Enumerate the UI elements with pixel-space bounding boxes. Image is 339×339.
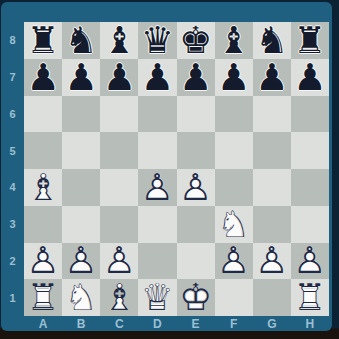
rook-outline-glyph: ♖ <box>291 279 329 316</box>
square-e2[interactable] <box>177 243 215 280</box>
queen-outline-glyph: ♕ <box>138 279 176 316</box>
square-c7[interactable]: ♟ <box>100 59 138 96</box>
rook-glyph: ♜ <box>291 22 329 59</box>
rank-label-1: 1 <box>1 279 24 316</box>
square-e6[interactable] <box>177 96 215 133</box>
square-a7[interactable]: ♟ <box>24 59 62 96</box>
piece-black-pawn[interactable]: ♟ <box>253 59 291 96</box>
pawn-glyph: ♟ <box>215 59 253 96</box>
square-a6[interactable] <box>24 96 62 133</box>
bishop-outline-glyph: ♗ <box>100 279 138 316</box>
rank-label-7: 7 <box>1 59 24 96</box>
piece-black-bishop[interactable]: ♝ <box>215 22 253 59</box>
piece-black-king[interactable]: ♚ <box>177 22 215 59</box>
piece-white-pawn[interactable]: ♟♙ <box>177 169 215 206</box>
square-h6[interactable] <box>291 96 329 133</box>
square-c8[interactable]: ♝ <box>100 22 138 59</box>
pawn-glyph: ♟ <box>138 59 176 96</box>
square-e4[interactable]: ♟♙ <box>177 169 215 206</box>
piece-white-bishop[interactable]: ♝♗ <box>24 169 62 206</box>
square-h2[interactable]: ♟♙ <box>291 243 329 280</box>
piece-white-king[interactable]: ♚♔ <box>177 279 215 316</box>
square-f2[interactable]: ♟♙ <box>215 243 253 280</box>
pawn-glyph: ♟ <box>62 59 100 96</box>
square-e5[interactable] <box>177 132 215 169</box>
square-h3[interactable] <box>291 206 329 243</box>
file-label-b: B <box>62 315 100 332</box>
piece-black-knight[interactable]: ♞ <box>62 22 100 59</box>
square-a1[interactable]: ♜♖ <box>24 279 62 316</box>
knight-glyph: ♞ <box>62 22 100 59</box>
piece-white-pawn[interactable]: ♟♙ <box>253 243 291 280</box>
pawn-outline-glyph: ♙ <box>177 169 215 206</box>
rank-label-3: 3 <box>1 206 24 243</box>
board: ♜♞♝♛♚♝♞♜♟♟♟♟♟♟♟♟♝♗♟♙♟♙♞♘♟♙♟♙♟♙♟♙♟♙♟♙♜♖♞♘… <box>24 22 329 316</box>
piece-black-queen[interactable]: ♛ <box>138 22 176 59</box>
piece-white-pawn[interactable]: ♟♙ <box>215 243 253 280</box>
square-c4[interactable] <box>100 169 138 206</box>
file-labels: ABCDEFGH <box>24 315 329 332</box>
square-d1[interactable]: ♛♕ <box>138 279 176 316</box>
square-h1[interactable]: ♜♖ <box>291 279 329 316</box>
pawn-outline-glyph: ♙ <box>253 243 291 280</box>
piece-white-pawn[interactable]: ♟♙ <box>24 243 62 280</box>
square-c2[interactable]: ♟♙ <box>100 243 138 280</box>
piece-black-pawn[interactable]: ♟ <box>177 59 215 96</box>
rank-label-8: 8 <box>1 22 24 59</box>
square-a4[interactable]: ♝♗ <box>24 169 62 206</box>
pawn-outline-glyph: ♙ <box>215 243 253 280</box>
queen-glyph: ♛ <box>138 22 176 59</box>
file-label-d: D <box>138 315 176 332</box>
file-label-e: E <box>177 315 215 332</box>
square-h8[interactable]: ♜ <box>291 22 329 59</box>
file-label-c: C <box>100 315 138 332</box>
bishop-glyph: ♝ <box>100 22 138 59</box>
knight-glyph: ♞ <box>253 22 291 59</box>
king-outline-glyph: ♔ <box>177 279 215 316</box>
square-b4[interactable] <box>62 169 100 206</box>
square-a2[interactable]: ♟♙ <box>24 243 62 280</box>
square-b1[interactable]: ♞♘ <box>62 279 100 316</box>
piece-black-bishop[interactable]: ♝ <box>100 22 138 59</box>
square-b2[interactable]: ♟♙ <box>62 243 100 280</box>
square-e1[interactable]: ♚♔ <box>177 279 215 316</box>
square-d5[interactable] <box>138 132 176 169</box>
square-f8[interactable]: ♝ <box>215 22 253 59</box>
square-a5[interactable] <box>24 132 62 169</box>
piece-white-rook[interactable]: ♜♖ <box>24 279 62 316</box>
square-d6[interactable] <box>138 96 176 133</box>
square-d2[interactable] <box>138 243 176 280</box>
square-b7[interactable]: ♟ <box>62 59 100 96</box>
piece-white-pawn[interactable]: ♟♙ <box>138 169 176 206</box>
square-e8[interactable]: ♚ <box>177 22 215 59</box>
square-f4[interactable] <box>215 169 253 206</box>
piece-black-pawn[interactable]: ♟ <box>291 59 329 96</box>
square-d4[interactable]: ♟♙ <box>138 169 176 206</box>
pawn-outline-glyph: ♙ <box>24 243 62 280</box>
rank-label-2: 2 <box>1 243 24 280</box>
square-d8[interactable]: ♛ <box>138 22 176 59</box>
piece-white-bishop[interactable]: ♝♗ <box>100 279 138 316</box>
square-g8[interactable]: ♞ <box>253 22 291 59</box>
square-b6[interactable] <box>62 96 100 133</box>
square-f7[interactable]: ♟ <box>215 59 253 96</box>
pawn-outline-glyph: ♙ <box>138 169 176 206</box>
pawn-glyph: ♟ <box>253 59 291 96</box>
piece-black-knight[interactable]: ♞ <box>253 22 291 59</box>
square-a8[interactable]: ♜ <box>24 22 62 59</box>
pawn-glyph: ♟ <box>177 59 215 96</box>
chess-app-screen: 87654321 ♜♞♝♛♚♝♞♜♟♟♟♟♟♟♟♟♝♗♟♙♟♙♞♘♟♙♟♙♟♙♟… <box>0 0 339 339</box>
pawn-glyph: ♟ <box>24 59 62 96</box>
piece-white-queen[interactable]: ♛♕ <box>138 279 176 316</box>
board-frame: 87654321 ♜♞♝♛♚♝♞♜♟♟♟♟♟♟♟♟♝♗♟♙♟♙♞♘♟♙♟♙♟♙♟… <box>1 2 332 331</box>
piece-white-pawn[interactable]: ♟♙ <box>100 243 138 280</box>
pawn-outline-glyph: ♙ <box>291 243 329 280</box>
file-label-h: H <box>291 315 329 332</box>
square-h5[interactable] <box>291 132 329 169</box>
rook-outline-glyph: ♖ <box>24 279 62 316</box>
file-label-f: F <box>215 315 253 332</box>
rook-glyph: ♜ <box>24 22 62 59</box>
bishop-outline-glyph: ♗ <box>24 169 62 206</box>
pawn-outline-glyph: ♙ <box>62 243 100 280</box>
piece-white-rook[interactable]: ♜♖ <box>291 279 329 316</box>
square-g1[interactable] <box>253 279 291 316</box>
piece-black-pawn[interactable]: ♟ <box>24 59 62 96</box>
square-g7[interactable]: ♟ <box>253 59 291 96</box>
piece-black-pawn[interactable]: ♟ <box>138 59 176 96</box>
square-c6[interactable] <box>100 96 138 133</box>
square-c5[interactable] <box>100 132 138 169</box>
square-f3[interactable]: ♞♘ <box>215 206 253 243</box>
file-label-a: A <box>24 315 62 332</box>
square-d3[interactable] <box>138 206 176 243</box>
square-g3[interactable] <box>253 206 291 243</box>
king-glyph: ♚ <box>177 22 215 59</box>
pawn-glyph: ♟ <box>291 59 329 96</box>
square-a3[interactable] <box>24 206 62 243</box>
pawn-glyph: ♟ <box>100 59 138 96</box>
rank-label-5: 5 <box>1 132 24 169</box>
square-f1[interactable] <box>215 279 253 316</box>
square-b3[interactable] <box>62 206 100 243</box>
rank-label-4: 4 <box>1 169 24 206</box>
knight-outline-glyph: ♘ <box>62 279 100 316</box>
square-e7[interactable]: ♟ <box>177 59 215 96</box>
square-g6[interactable] <box>253 96 291 133</box>
piece-black-rook[interactable]: ♜ <box>291 22 329 59</box>
piece-white-pawn[interactable]: ♟♙ <box>62 243 100 280</box>
pawn-outline-glyph: ♙ <box>100 243 138 280</box>
rank-labels: 87654321 <box>1 22 24 316</box>
bishop-glyph: ♝ <box>215 22 253 59</box>
piece-white-knight[interactable]: ♞♘ <box>62 279 100 316</box>
rank-label-6: 6 <box>1 96 24 133</box>
square-f5[interactable] <box>215 132 253 169</box>
piece-black-rook[interactable]: ♜ <box>24 22 62 59</box>
square-g2[interactable]: ♟♙ <box>253 243 291 280</box>
square-h4[interactable] <box>291 169 329 206</box>
square-g5[interactable] <box>253 132 291 169</box>
knight-outline-glyph: ♘ <box>215 206 253 243</box>
square-b5[interactable] <box>62 132 100 169</box>
piece-white-pawn[interactable]: ♟♙ <box>291 243 329 280</box>
piece-black-pawn[interactable]: ♟ <box>215 59 253 96</box>
square-b8[interactable]: ♞ <box>62 22 100 59</box>
square-d7[interactable]: ♟ <box>138 59 176 96</box>
square-c1[interactable]: ♝♗ <box>100 279 138 316</box>
square-g4[interactable] <box>253 169 291 206</box>
square-e3[interactable] <box>177 206 215 243</box>
square-h7[interactable]: ♟ <box>291 59 329 96</box>
piece-white-knight[interactable]: ♞♘ <box>215 206 253 243</box>
square-c3[interactable] <box>100 206 138 243</box>
piece-black-pawn[interactable]: ♟ <box>62 59 100 96</box>
piece-black-pawn[interactable]: ♟ <box>100 59 138 96</box>
file-label-g: G <box>253 315 291 332</box>
square-f6[interactable] <box>215 96 253 133</box>
